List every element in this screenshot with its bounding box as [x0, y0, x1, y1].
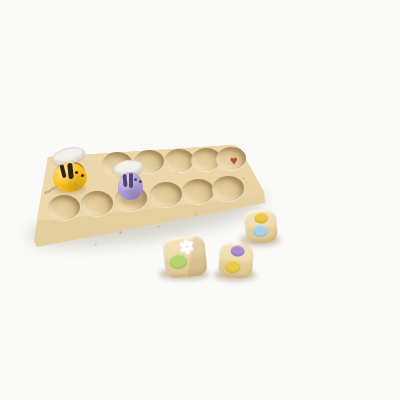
purple-bee-piece[interactable]	[111, 155, 147, 203]
die-3[interactable]	[244, 209, 279, 245]
bee-stripe	[59, 164, 66, 179]
purple-bee-body	[118, 172, 143, 200]
scene: ♥ start Classic World	[0, 0, 400, 400]
die-green-front-face	[169, 253, 188, 270]
die-2[interactable]	[218, 242, 254, 279]
heart-logo-icon: ♥	[230, 154, 239, 168]
wood-speckles	[0, 0, 1, 1]
yellow-bee-piece[interactable]	[50, 144, 90, 194]
die-yellow-top-face	[254, 212, 269, 224]
bee-stripe	[129, 173, 133, 188]
bee-eye	[81, 174, 84, 177]
die-purple-top-face	[230, 245, 245, 257]
die-flower-face	[178, 238, 196, 256]
bee-eye	[134, 178, 137, 181]
yellow-bee-body	[53, 163, 87, 192]
bee-stripe	[122, 174, 127, 187]
bee-eye	[75, 171, 78, 174]
die-yellow-front-face	[224, 260, 241, 274]
die-blue-front-face	[252, 224, 268, 237]
bee-stripe	[67, 163, 73, 179]
die-1[interactable]	[162, 235, 208, 279]
bee-eye	[139, 180, 142, 183]
flower-icon	[178, 238, 196, 256]
